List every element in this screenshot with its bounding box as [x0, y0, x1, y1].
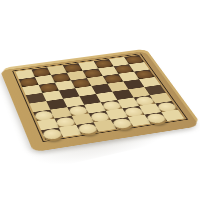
light-man-glyph: ⛀ [150, 115, 163, 122]
playing-area-border: ⛂⛂⛂⛂⛂⛂⛂⛂⛂⛂⛂⛂⛀⛀⛀⛀⛀⛀⛀⛀⛀⛀⛀⛀ [12, 54, 188, 142]
light-man-glyph: ⛀ [116, 120, 129, 127]
light-man-glyph: ⛀ [81, 125, 94, 132]
product-photo-scene: ⛂⛂⛂⛂⛂⛂⛂⛂⛂⛂⛂⛂⛀⛀⛀⛀⛀⛀⛀⛀⛀⛀⛀⛀ [0, 0, 200, 200]
light-man-glyph: ⛀ [46, 130, 58, 138]
checkers-grid: ⛂⛂⛂⛂⛂⛂⛂⛂⛂⛂⛂⛂⛀⛀⛀⛀⛀⛀⛀⛀⛀⛀⛀⛀ [16, 55, 185, 140]
